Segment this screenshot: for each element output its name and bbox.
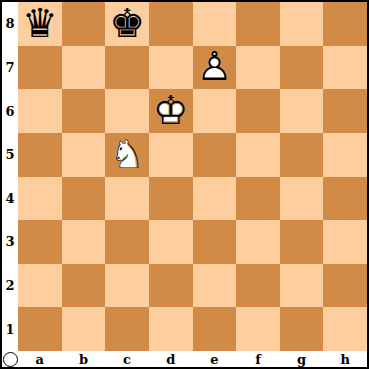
piece-white-pawn[interactable]: ♟♙ [193, 46, 237, 90]
square-a1[interactable] [18, 307, 62, 351]
square-e6[interactable] [193, 89, 237, 133]
square-h3[interactable] [323, 220, 367, 264]
square-h8[interactable] [323, 2, 367, 46]
file-label-a: a [18, 351, 62, 367]
white-pawn-outline-icon: ♙ [196, 46, 232, 86]
square-g8[interactable] [280, 2, 324, 46]
square-c7[interactable] [105, 46, 149, 90]
square-c5[interactable]: ♞♘ [105, 133, 149, 177]
square-b8[interactable] [62, 2, 106, 46]
square-a4[interactable] [18, 177, 62, 221]
square-h6[interactable] [323, 89, 367, 133]
file-label-h: h [323, 351, 367, 367]
square-f5[interactable] [236, 133, 280, 177]
white-to-move-indicator [3, 352, 18, 367]
square-b6[interactable] [62, 89, 106, 133]
square-f2[interactable] [236, 264, 280, 308]
square-c3[interactable] [105, 220, 149, 264]
black-queen-icon: ♛ [22, 3, 58, 43]
square-e8[interactable] [193, 2, 237, 46]
square-d7[interactable] [149, 46, 193, 90]
square-b2[interactable] [62, 264, 106, 308]
square-d3[interactable] [149, 220, 193, 264]
square-b4[interactable] [62, 177, 106, 221]
black-king-icon: ♚ [109, 3, 145, 43]
square-g4[interactable] [280, 177, 324, 221]
square-f8[interactable] [236, 2, 280, 46]
square-h1[interactable] [323, 307, 367, 351]
square-b5[interactable] [62, 133, 106, 177]
square-f6[interactable] [236, 89, 280, 133]
square-h7[interactable] [323, 46, 367, 90]
square-a5[interactable] [18, 133, 62, 177]
file-label-b: b [62, 351, 106, 367]
square-c2[interactable] [105, 264, 149, 308]
square-e5[interactable] [193, 133, 237, 177]
file-label-e: e [193, 351, 237, 367]
rank-label-6: 6 [2, 89, 18, 133]
square-b7[interactable] [62, 46, 106, 90]
square-d8[interactable] [149, 2, 193, 46]
square-c4[interactable] [105, 177, 149, 221]
rank-label-2: 2 [2, 264, 18, 308]
rank-label-8: 8 [2, 2, 18, 46]
square-g1[interactable] [280, 307, 324, 351]
rank-label-4: 4 [2, 177, 18, 221]
chess-diagram: 8♛♚7♟♙6♚♔5♞♘4321abcdefgh [0, 0, 369, 369]
rank-label-5: 5 [2, 133, 18, 177]
square-g7[interactable] [280, 46, 324, 90]
square-e1[interactable] [193, 307, 237, 351]
square-g6[interactable] [280, 89, 324, 133]
square-d4[interactable] [149, 177, 193, 221]
file-label-d: d [149, 351, 193, 367]
square-b3[interactable] [62, 220, 106, 264]
square-a6[interactable] [18, 89, 62, 133]
square-b1[interactable] [62, 307, 106, 351]
square-d2[interactable] [149, 264, 193, 308]
square-a2[interactable] [18, 264, 62, 308]
square-d6[interactable]: ♚♔ [149, 89, 193, 133]
square-g2[interactable] [280, 264, 324, 308]
file-label-f: f [236, 351, 280, 367]
file-label-g: g [280, 351, 324, 367]
rank-label-1: 1 [2, 307, 18, 351]
square-h4[interactable] [323, 177, 367, 221]
square-g3[interactable] [280, 220, 324, 264]
white-knight-outline-icon: ♘ [109, 133, 145, 173]
square-f7[interactable] [236, 46, 280, 90]
square-d1[interactable] [149, 307, 193, 351]
file-label-c: c [105, 351, 149, 367]
board-corner [2, 351, 18, 367]
square-a3[interactable] [18, 220, 62, 264]
square-e7[interactable]: ♟♙ [193, 46, 237, 90]
white-king-outline-icon: ♔ [153, 90, 189, 130]
square-c1[interactable] [105, 307, 149, 351]
square-f3[interactable] [236, 220, 280, 264]
square-f4[interactable] [236, 177, 280, 221]
square-h2[interactable] [323, 264, 367, 308]
rank-label-3: 3 [2, 220, 18, 264]
piece-black-queen[interactable]: ♛ [18, 2, 62, 46]
square-e3[interactable] [193, 220, 237, 264]
square-a7[interactable] [18, 46, 62, 90]
square-f1[interactable] [236, 307, 280, 351]
square-a8[interactable]: ♛ [18, 2, 62, 46]
square-c6[interactable] [105, 89, 149, 133]
square-d5[interactable] [149, 133, 193, 177]
piece-black-king[interactable]: ♚ [105, 2, 149, 46]
square-e2[interactable] [193, 264, 237, 308]
square-h5[interactable] [323, 133, 367, 177]
rank-label-7: 7 [2, 46, 18, 90]
square-g5[interactable] [280, 133, 324, 177]
square-c8[interactable]: ♚ [105, 2, 149, 46]
square-e4[interactable] [193, 177, 237, 221]
piece-white-knight[interactable]: ♞♘ [105, 133, 149, 177]
piece-white-king[interactable]: ♚♔ [149, 89, 193, 133]
